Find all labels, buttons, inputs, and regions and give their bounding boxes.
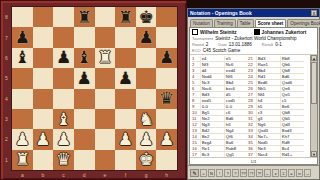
scroll-thumb[interactable] <box>311 62 317 104</box>
move-number: 1 <box>192 56 200 61</box>
board-frame: 87654321 ♜♜♚♟♟♝♟♝♜♟♟♟♛♝♞♟♟♟♟♟♟♜♛♚ abcdef… <box>0 0 187 180</box>
black-move[interactable]: Be6 <box>280 104 304 109</box>
white-move[interactable]: Qxd3 <box>256 128 280 133</box>
black-move[interactable]: Ba6 <box>224 140 248 145</box>
board-square-d7[interactable] <box>74 27 95 47</box>
board-square-e7[interactable] <box>95 27 116 47</box>
annotation-button[interactable]: ∞ <box>296 169 303 177</box>
board-square-h4[interactable]: ♛ <box>156 89 177 109</box>
board-square-c7[interactable] <box>53 27 74 47</box>
move-number: 26 <box>248 86 256 91</box>
white-piece-e6[interactable]: ♜ <box>95 48 116 68</box>
white-piece-c1[interactable]: ♛ <box>53 150 74 170</box>
annotation-button[interactable]: ?! <box>256 169 263 177</box>
tab-notation[interactable]: Notation <box>190 19 213 27</box>
rank-label-7: 7 <box>2 27 11 47</box>
page-indicator: 1/1 <box>190 157 317 164</box>
move-number: 7 <box>192 92 200 97</box>
black-move[interactable]: Qe5 <box>280 92 304 97</box>
white-move[interactable]: c3 <box>256 110 280 115</box>
board-square-a1[interactable]: ♜ <box>12 150 33 170</box>
black-move[interactable]: Qxd6 <box>280 80 304 85</box>
move-number: 11 <box>192 116 200 121</box>
board-square-e5[interactable] <box>95 68 116 88</box>
tournament-link[interactable]: Steinitz - Zukertort World Championship <box>215 36 296 41</box>
black-move[interactable]: Rb8 <box>280 56 304 61</box>
file-label-c: c <box>53 170 74 179</box>
white-move[interactable]: Bd3 <box>200 92 224 97</box>
board-square-a7[interactable]: ♟ <box>12 27 33 47</box>
move-number: 6 <box>192 86 200 91</box>
move-number: 33 <box>248 128 256 133</box>
chess-board[interactable]: ♜♜♚♟♟♝♟♝♜♟♟♟♛♝♞♟♟♟♟♟♟♜♛♚ <box>12 7 177 170</box>
result-value: 0-1 <box>275 42 282 47</box>
black-piece-h6[interactable]: ♟ <box>156 48 177 68</box>
black-move[interactable]: Qb6 <box>280 62 304 67</box>
black-move[interactable]: Rab8 <box>224 146 248 151</box>
white-move[interactable]: Bxg4 <box>200 140 224 145</box>
board-square-c3[interactable]: ♝ <box>53 109 74 129</box>
move-list-area: 1e4e52Nf3Nc63d4exd44Nxd4Nf65Nc3Bb46Nxc6b… <box>190 54 317 157</box>
black-move[interactable]: Qd3 <box>280 122 304 127</box>
board-square-g5[interactable] <box>136 68 157 88</box>
board-square-g6[interactable] <box>136 48 157 68</box>
board-square-h3[interactable] <box>156 109 177 129</box>
white-piece-g2[interactable]: ♟ <box>136 129 157 149</box>
black-piece-g8[interactable]: ♚ <box>136 7 157 27</box>
result-label: Result <box>262 42 273 47</box>
tab-training[interactable]: Training <box>214 19 236 27</box>
white-move[interactable]: e4 <box>200 56 224 61</box>
black-move[interactable]: Qb5 <box>280 116 304 121</box>
white-piece-g1[interactable]: ♚ <box>136 150 157 170</box>
black-piece-f5[interactable]: ♟ <box>115 68 136 88</box>
black-move[interactable]: Rd8 <box>280 140 304 145</box>
white-move[interactable]: d4 <box>200 68 224 73</box>
rank-label-8: 8 <box>2 7 11 27</box>
black-move[interactable]: Bc4 <box>280 146 304 151</box>
move-number: 23 <box>248 68 256 73</box>
black-piece-h4[interactable]: ♛ <box>156 89 177 109</box>
move-number: 15 <box>192 140 200 145</box>
file-label-d: d <box>74 170 95 179</box>
move-table: 1e4e52Nf3Nc63d4exd44Nxd4Nf65Nc3Bb46Nxc6b… <box>190 55 310 157</box>
rank-label-2: 2 <box>2 129 11 149</box>
board-square-d5[interactable]: ♟ <box>74 68 95 88</box>
scroll-up-icon[interactable]: ▲ <box>311 55 317 61</box>
white-move[interactable]: Bd3 <box>256 56 280 61</box>
rank-label-5: 5 <box>2 68 11 88</box>
move-number: 24 <box>248 74 256 79</box>
date-value: 13.01.1886 <box>229 42 252 47</box>
white-piece-b2[interactable]: ♟ <box>33 129 54 149</box>
white-move[interactable]: Nf3 <box>200 62 224 67</box>
white-move[interactable]: Ne3 <box>256 146 280 151</box>
white-move[interactable]: Ne7+ <box>256 134 280 139</box>
board-square-b6[interactable] <box>33 48 54 68</box>
board-square-f4[interactable] <box>115 89 136 109</box>
black-move[interactable]: c5 <box>280 98 304 103</box>
black-player-name: Johannes Zukertort <box>262 30 307 35</box>
move-number: 4 <box>192 74 200 79</box>
board-square-f8[interactable]: ♜ <box>115 7 136 27</box>
white-move[interactable]: Nxd5 <box>256 140 280 145</box>
move-column-right: 21Bd3Rb822Rae1Qb623Bb4Qb824Rd1Bd625Bxd6Q… <box>248 56 304 157</box>
annotation-button[interactable]: ← <box>264 169 271 177</box>
white-move[interactable]: exd5 <box>200 98 224 103</box>
board-square-g3[interactable]: ♞ <box>136 109 157 129</box>
black-move[interactable]: 0-0 <box>224 104 248 109</box>
board-square-b1[interactable] <box>33 150 54 170</box>
scrollbar[interactable]: ▲ ▼ <box>310 55 317 157</box>
black-move[interactable]: Qe6 <box>280 86 304 91</box>
white-move[interactable]: Ng6 <box>256 122 280 127</box>
file-label-g: g <box>136 170 157 179</box>
board-square-h6[interactable]: ♟ <box>156 48 177 68</box>
board-square-e2[interactable] <box>95 129 116 149</box>
tab-strip: NotationTrainingTableScore sheetOpenings… <box>188 17 319 27</box>
board-square-c8[interactable] <box>53 7 74 27</box>
black-piece-d6[interactable]: ♝ <box>74 48 95 68</box>
board-square-d1[interactable] <box>74 150 95 170</box>
white-move[interactable]: Bd2 <box>200 128 224 133</box>
black-move[interactable]: cxd5 <box>224 98 248 103</box>
board-square-b7[interactable] <box>33 27 54 47</box>
board-square-c5[interactable] <box>53 68 74 88</box>
rank-label-4: 4 <box>2 89 11 109</box>
board-square-e8[interactable] <box>95 7 116 27</box>
black-move[interactable]: Qb8 <box>280 68 304 73</box>
move-number: 16 <box>192 146 200 151</box>
notation-window: Notation - Openings Book x NotationTrain… <box>187 8 320 180</box>
board-square-d4[interactable] <box>74 89 95 109</box>
round-label: Round <box>192 42 204 47</box>
file-labels: abcdefgh <box>12 170 177 179</box>
white-piece-a1[interactable]: ♜ <box>12 150 33 170</box>
tab-openings-book[interactable]: Openings Book <box>287 19 320 27</box>
white-move[interactable]: g3 <box>256 116 280 121</box>
round-value: 2 <box>206 42 209 47</box>
board-square-d8[interactable]: ♜ <box>74 7 95 27</box>
board-square-f1[interactable] <box>115 150 136 170</box>
board-square-f7[interactable] <box>115 27 136 47</box>
move-number: 25 <box>248 80 256 85</box>
white-move[interactable]: Nxd4 <box>200 74 224 79</box>
white-piece-a2[interactable]: ♟ <box>12 129 33 149</box>
annotation-button[interactable]: !? <box>248 169 255 177</box>
move-column-left: 1e4e52Nf3Nc63d4exd44Nxd4Nf65Nc3Bb46Nxc6b… <box>192 56 248 157</box>
board-square-e6[interactable]: ♜ <box>95 48 116 68</box>
board-square-g2[interactable]: ♟ <box>136 129 157 149</box>
file-label-a: a <box>12 170 33 179</box>
board-square-g7[interactable]: ♟ <box>136 27 157 47</box>
board-square-b2[interactable]: ♟ <box>33 129 54 149</box>
annotation-button[interactable]: = <box>288 169 295 177</box>
black-move[interactable]: Kh7 <box>280 134 304 139</box>
board-square-b8[interactable] <box>33 7 54 27</box>
black-move[interactable]: Bxd3 <box>280 128 304 133</box>
move-number: 35 <box>248 140 256 145</box>
move-number: 9 <box>192 104 200 109</box>
window-title: Notation - Openings Book <box>190 10 311 16</box>
move-number: 21 <box>248 56 256 61</box>
board-square-g8[interactable]: ♚ <box>136 7 157 27</box>
white-move[interactable]: 0-0 <box>200 104 224 109</box>
file-label-b: b <box>33 170 54 179</box>
move-number: 27 <box>248 92 256 97</box>
board-square-a4[interactable] <box>12 89 33 109</box>
board-square-e3[interactable] <box>95 109 116 129</box>
black-move[interactable]: Nc6 <box>224 62 248 67</box>
board-square-h5[interactable] <box>156 68 177 88</box>
white-move[interactable]: h4 <box>256 98 280 103</box>
black-move[interactable]: Qf6 <box>224 134 248 139</box>
black-piece-a6[interactable]: ♝ <box>12 48 33 68</box>
white-piece-c3[interactable]: ♝ <box>53 109 74 129</box>
title-bar[interactable]: Notation - Openings Book x <box>188 9 319 17</box>
rank-label-1: 1 <box>2 150 11 170</box>
black-move[interactable]: c6 <box>224 110 248 115</box>
move-number: 8 <box>192 98 200 103</box>
annotation-button[interactable]: !! <box>232 169 239 177</box>
rank-label-3: 3 <box>2 109 11 129</box>
board-square-e1[interactable] <box>95 150 116 170</box>
tournament-label: Tournament <box>192 36 213 41</box>
white-player-name: Wilhelm Steinitz <box>200 30 237 35</box>
black-move[interactable]: Bd6 <box>280 74 304 79</box>
file-label-h: h <box>156 170 177 179</box>
file-label-e: e <box>95 170 116 179</box>
annotation-button[interactable]: N <box>208 169 215 177</box>
move-number: 29 <box>248 104 256 109</box>
board-square-c6[interactable]: ♟ <box>53 48 74 68</box>
move-number: 2 <box>192 62 200 67</box>
move-number: 14 <box>192 134 200 139</box>
move-number: 13 <box>192 128 200 133</box>
eco-label: ECO <box>192 48 201 53</box>
move-number: 10 <box>192 110 200 115</box>
annotation-button[interactable]: ⌂ <box>200 169 207 177</box>
move-number: 22 <box>248 62 256 67</box>
black-move[interactable]: exd4 <box>224 68 248 73</box>
white-move[interactable]: Nc3 <box>200 80 224 85</box>
board-square-c1[interactable]: ♛ <box>53 150 74 170</box>
black-piece-a7[interactable]: ♟ <box>12 27 33 47</box>
board-square-f2[interactable]: ♟ <box>115 129 136 149</box>
move-number: 34 <box>248 134 256 139</box>
white-move[interactable]: Nh5 <box>256 86 280 91</box>
white-move[interactable]: Bg5 <box>200 110 224 115</box>
board-square-d3[interactable] <box>74 109 95 129</box>
board-square-e4[interactable] <box>95 89 116 109</box>
board-square-f6[interactable] <box>115 48 136 68</box>
file-label-f: f <box>115 170 136 179</box>
white-move[interactable]: Rd1 <box>256 74 280 79</box>
white-move[interactable]: Rae1 <box>256 62 280 67</box>
annotation-button[interactable]: ?? <box>240 169 247 177</box>
move-number: 31 <box>248 116 256 121</box>
black-move[interactable]: Bb4 <box>224 80 248 85</box>
rank-labels: 87654321 <box>2 7 11 170</box>
close-icon[interactable]: x <box>311 10 317 16</box>
board-square-a3[interactable] <box>12 109 33 129</box>
score-sheet: Wilhelm Steinitz Johannes Zukertort Tour… <box>189 27 318 165</box>
board-square-a8[interactable] <box>12 7 33 27</box>
black-piece-d5[interactable]: ♟ <box>74 68 95 88</box>
black-move[interactable]: Bd6 <box>224 116 248 121</box>
black-move[interactable]: d5 <box>224 92 248 97</box>
board-square-g4[interactable] <box>136 89 157 109</box>
black-piece-f8[interactable]: ♜ <box>115 7 136 27</box>
move-number: 3 <box>192 68 200 73</box>
white-piece-g3[interactable]: ♞ <box>136 109 157 129</box>
board-square-a6[interactable]: ♝ <box>12 48 33 68</box>
board-square-g1[interactable]: ♚ <box>136 150 157 170</box>
board-square-h8[interactable] <box>156 7 177 27</box>
tab-score-sheet[interactable]: Score sheet <box>255 19 287 27</box>
annotation-button[interactable]: ∓ <box>280 169 287 177</box>
annotation-button[interactable]: ? <box>224 169 231 177</box>
board-square-a5[interactable] <box>12 68 33 88</box>
white-move[interactable]: h5 <box>256 104 280 109</box>
annotation-button[interactable]: ± <box>272 169 279 177</box>
board-square-h1[interactable] <box>156 150 177 170</box>
black-piece-d8[interactable]: ♜ <box>74 7 95 27</box>
white-move[interactable]: Re1 <box>200 146 224 151</box>
white-move[interactable]: Nxc6 <box>200 86 224 91</box>
board-square-b5[interactable] <box>33 68 54 88</box>
white-move[interactable]: Be2 <box>200 134 224 139</box>
players-row: Wilhelm Steinitz Johannes Zukertort <box>190 28 317 35</box>
move-number: 36 <box>248 146 256 151</box>
move-number: 5 <box>192 80 200 85</box>
black-move[interactable]: Qb8 <box>280 110 304 115</box>
board-square-b3[interactable] <box>33 109 54 129</box>
white-piece-f2[interactable]: ♟ <box>115 129 136 149</box>
move-number: 30 <box>248 110 256 115</box>
white-piece-h2[interactable]: ♟ <box>156 129 177 149</box>
black-move[interactable]: Nf6 <box>224 74 248 79</box>
eco-row: ECO C45 Scotch Game <box>190 47 317 53</box>
app-window: { "game": "chess", "position": { "fen": … <box>0 0 320 180</box>
board-square-h7[interactable] <box>156 27 177 47</box>
white-piece-c2[interactable]: ♟ <box>53 129 74 149</box>
annotation-toolbar: ✎ ⌂N!?!!??!??!←±∓=∞→ <box>188 165 319 179</box>
black-piece-g7[interactable]: ♟ <box>136 27 157 47</box>
date-label: Date <box>218 42 226 47</box>
board-square-d6[interactable]: ♝ <box>74 48 95 68</box>
board-square-c4[interactable] <box>53 89 74 109</box>
white-move[interactable]: Ng3 <box>200 122 224 127</box>
black-move[interactable]: e5 <box>224 56 248 61</box>
tab-table[interactable]: Table <box>237 19 254 27</box>
black-piece-c6[interactable]: ♟ <box>53 48 74 68</box>
board-square-d2[interactable] <box>74 129 95 149</box>
board-square-f5[interactable]: ♟ <box>115 68 136 88</box>
rank-label-6: 6 <box>2 48 11 68</box>
black-move[interactable]: h6 <box>224 122 248 127</box>
board-square-f3[interactable] <box>115 109 136 129</box>
black-move[interactable]: bxc6 <box>224 86 248 91</box>
move-number: 12 <box>192 122 200 127</box>
move-number: 28 <box>248 98 256 103</box>
board-square-b4[interactable] <box>33 89 54 109</box>
board-square-h2[interactable]: ♟ <box>156 129 177 149</box>
board-square-a2[interactable]: ♟ <box>12 129 33 149</box>
white-move[interactable]: Nf4 <box>256 92 280 97</box>
annotation-palette-icon[interactable]: ✎ <box>190 169 199 177</box>
white-move[interactable]: Ne2 <box>200 116 224 121</box>
annotation-button[interactable]: ! <box>216 169 223 177</box>
white-move[interactable]: Bb4 <box>256 68 280 73</box>
eco-value[interactable]: C45 Scotch Game <box>203 48 241 53</box>
white-move[interactable]: Bxd6 <box>256 80 280 85</box>
board-square-c2[interactable]: ♟ <box>53 129 74 149</box>
black-move[interactable]: Ng4 <box>224 128 248 133</box>
annotation-button[interactable]: → <box>304 169 311 177</box>
move-number: 32 <box>248 122 256 127</box>
